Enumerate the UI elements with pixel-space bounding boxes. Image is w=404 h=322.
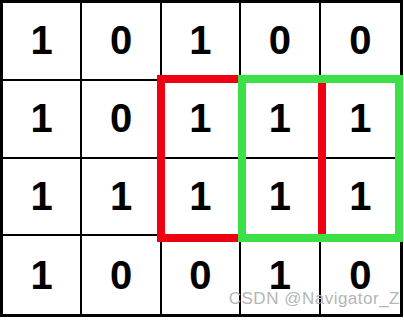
grid-cell-r1c2: 0 <box>82 3 161 81</box>
grid-cell-r4c1: 1 <box>3 236 82 314</box>
grid-cell-r1c1: 1 <box>3 3 82 81</box>
grid-cell-r1c3: 1 <box>162 3 241 81</box>
grid-cell-r3c1: 1 <box>3 159 82 237</box>
grid-cell-r2c2: 0 <box>82 81 161 159</box>
grid-cell-r3c4: 1 <box>241 159 320 237</box>
grid-cell-r3c5: 1 <box>321 159 400 237</box>
binary-grid-figure: 10100101111111110010 CSDN @Navigator_Z <box>0 0 404 322</box>
grid-cell-r2c5: 1 <box>321 81 400 159</box>
grid-cell-r2c1: 1 <box>3 81 82 159</box>
grid-cell-r2c3: 1 <box>162 81 241 159</box>
grid-cell-r1c4: 0 <box>241 3 320 81</box>
grid-cell-r3c2: 1 <box>82 159 161 237</box>
grid-cell-r1c5: 0 <box>321 3 400 81</box>
watermark-text: CSDN @Navigator_Z <box>229 289 400 309</box>
binary-grid-board: 10100101111111110010 <box>0 0 403 317</box>
grid-cell-r2c4: 1 <box>241 81 320 159</box>
grid-cell-r3c3: 1 <box>162 159 241 237</box>
grid-cell-r4c2: 0 <box>82 236 161 314</box>
